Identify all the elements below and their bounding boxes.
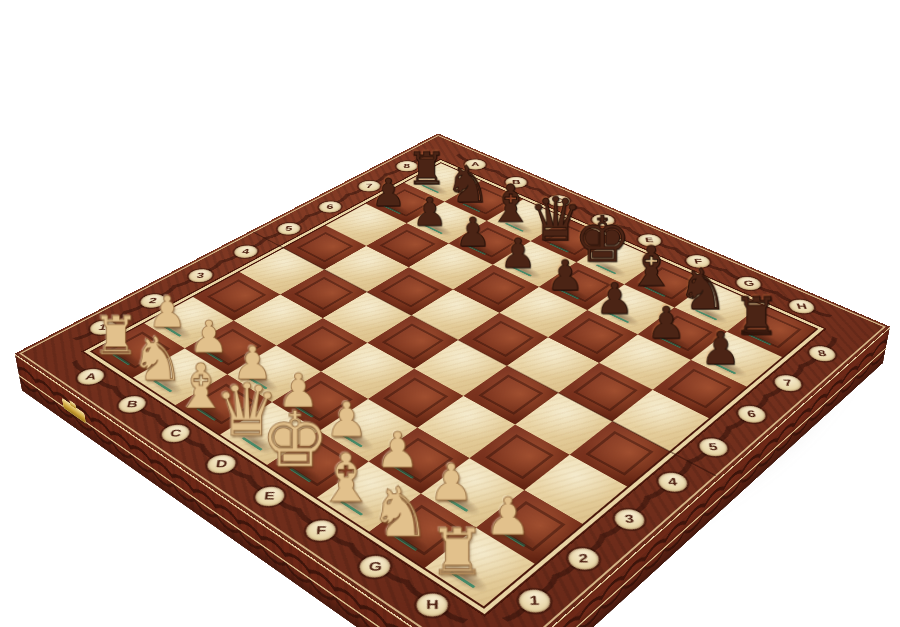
- rank-label-1: 1: [512, 584, 556, 616]
- rank-label-4: 4: [230, 242, 263, 259]
- rank-label-6: 6: [733, 402, 770, 426]
- rank-label-7: 7: [770, 371, 806, 393]
- rank-label-5: 5: [273, 220, 305, 237]
- piece-black-pawn[interactable]: ♟: [688, 326, 754, 371]
- file-label-D: D: [202, 450, 242, 476]
- folding-chess-board: ABCDEFGH ABCDEFGH 87654321 87654321 ♜♞♝♛…: [15, 133, 891, 627]
- chess-set-photo: ABCDEFGH ABCDEFGH 87654321 87654321 ♜♞♝♛…: [0, 0, 900, 627]
- rank-label-3: 3: [609, 504, 650, 532]
- rank-label-5: 5: [694, 434, 733, 459]
- file-label-H: H: [785, 296, 819, 315]
- rank-label-6: 6: [315, 198, 346, 214]
- file-label-G: G: [353, 550, 396, 581]
- board-top-face: ABCDEFGH ABCDEFGH 87654321 87654321 ♜♞♝♛…: [15, 133, 891, 627]
- rank-label-2: 2: [562, 543, 604, 573]
- piece-white-rook[interactable]: ♜: [418, 519, 497, 583]
- rank-label-8: 8: [804, 342, 839, 363]
- file-label-B: B: [113, 392, 151, 415]
- file-label-H: H: [410, 588, 454, 620]
- rank-label-4: 4: [653, 468, 693, 495]
- rank-label-3: 3: [184, 266, 217, 284]
- file-label-C: C: [156, 420, 195, 445]
- file-label-E: E: [249, 482, 290, 509]
- squares-grid: ♜♞♝♛♚♝♞♜♟♟♟♟♟♟♟♟♟♟♟♟♟♟♟♟♜♞♝♛♚♝♞♜: [93, 163, 816, 606]
- file-label-A: A: [72, 365, 109, 387]
- square-d5[interactable]: [411, 289, 499, 340]
- file-label-F: F: [300, 515, 342, 544]
